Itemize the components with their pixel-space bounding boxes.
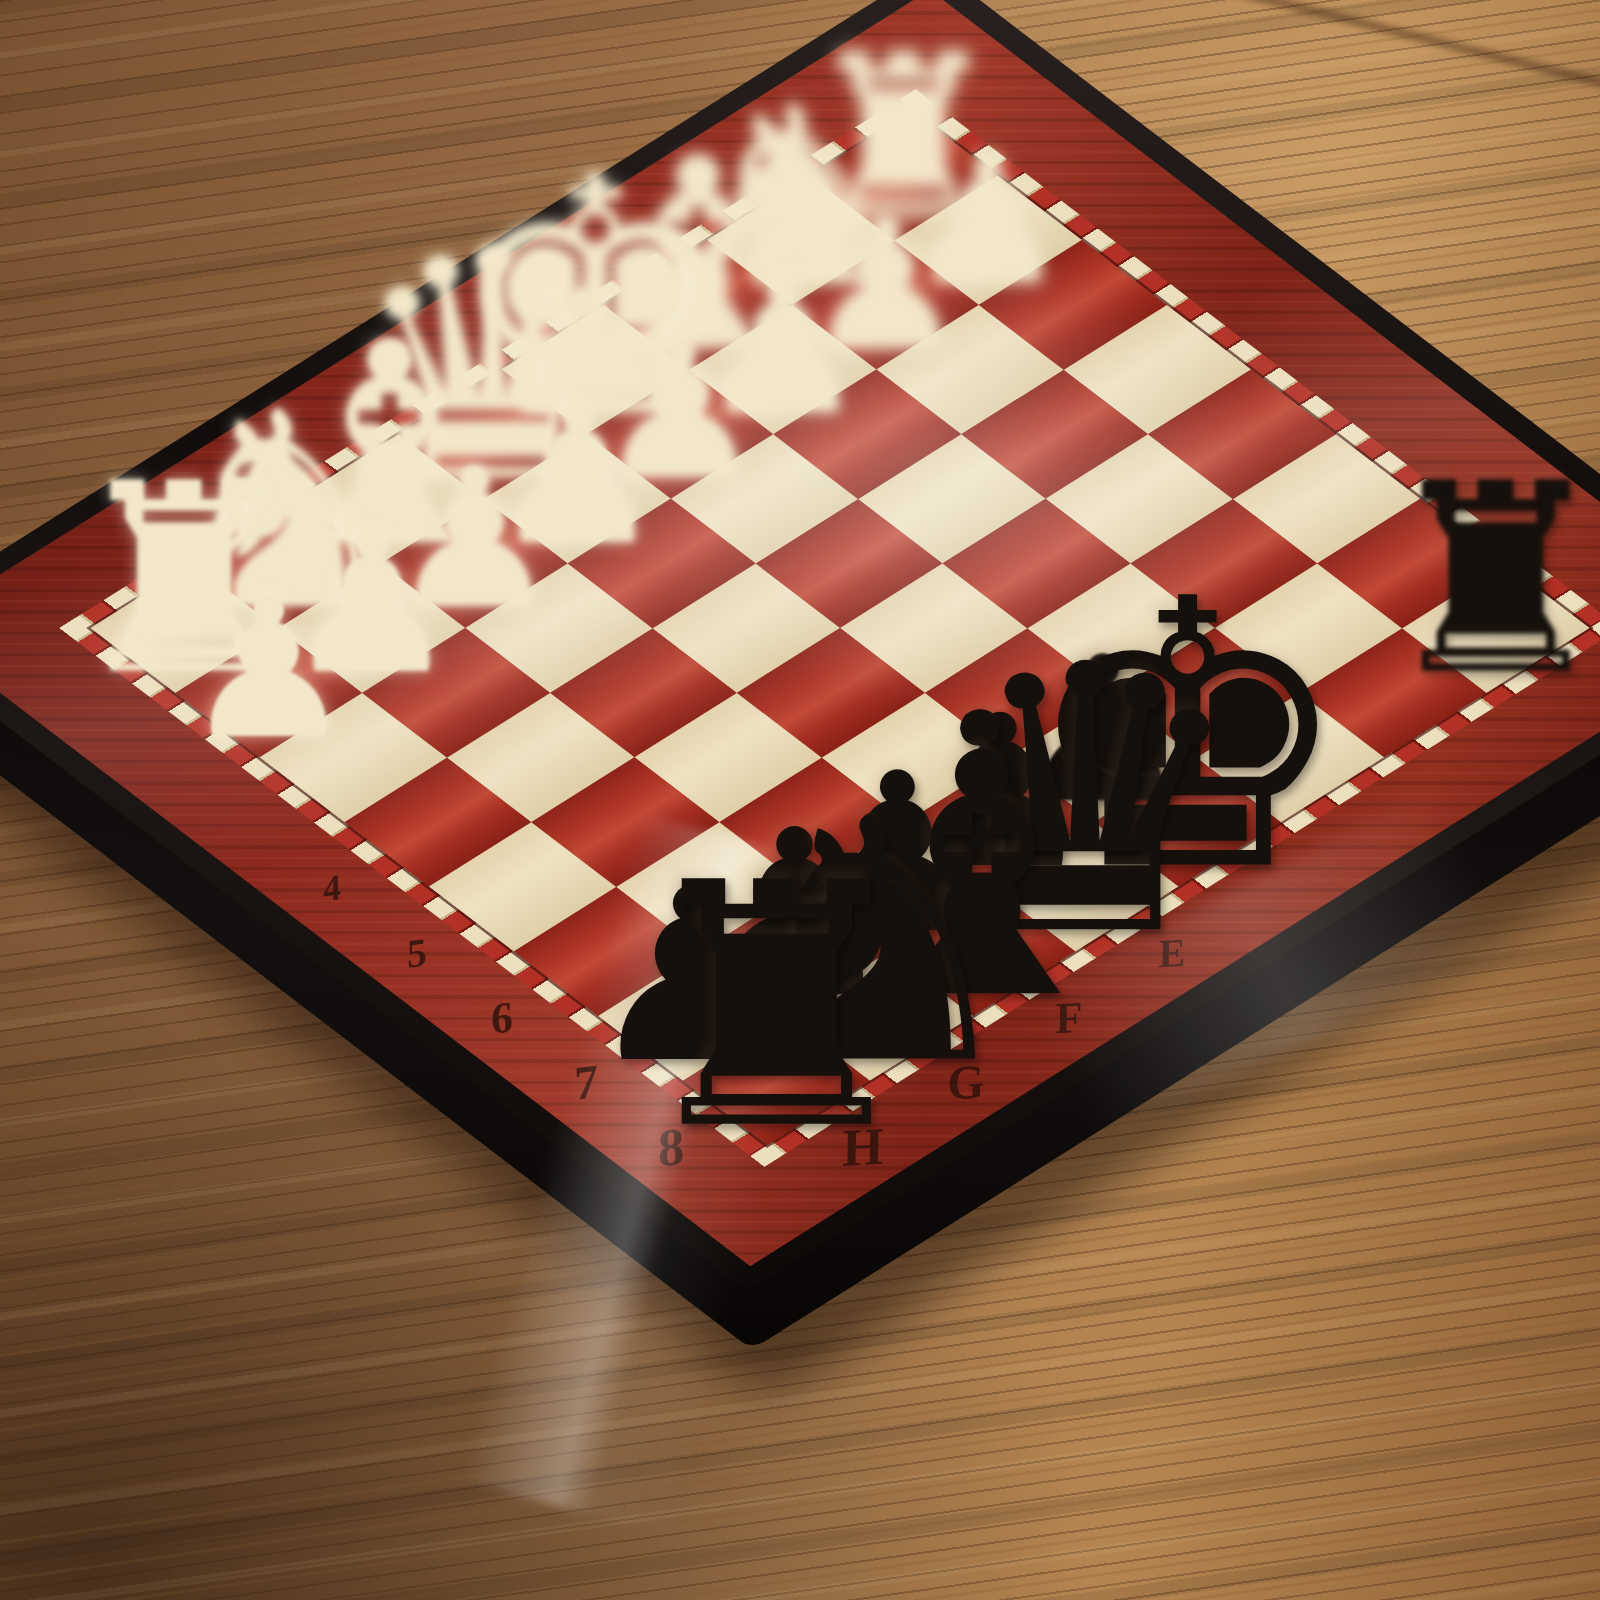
chess-board (0, 0, 1600, 1292)
photo-scene: 87654HGFE ♜♞♟♝♟♚♟♛♟♝♟♞♟♜♟♜♟♟♟♚♟♛♟♝♟♞♜ (0, 0, 1600, 1600)
wood-plank-seam (1088, 0, 1600, 114)
